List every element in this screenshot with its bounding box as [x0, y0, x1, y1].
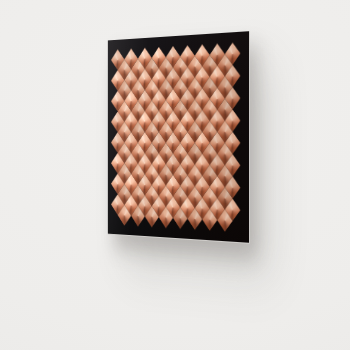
pyramid-grid — [108, 31, 249, 243]
art-panel — [108, 31, 250, 244]
product-photo-scene — [0, 0, 350, 350]
